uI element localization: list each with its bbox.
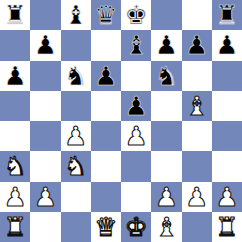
- black-bishop-piece[interactable]: ♝: [64, 2, 87, 28]
- square-c3[interactable]: ♞: [61, 151, 91, 181]
- square-a6[interactable]: ♟: [0, 61, 30, 91]
- square-g1[interactable]: [182, 212, 212, 242]
- black-pawn-piece[interactable]: ♟: [94, 63, 117, 89]
- square-b7[interactable]: ♟: [30, 30, 60, 60]
- square-a3[interactable]: ♞: [0, 151, 30, 181]
- square-f2[interactable]: ♟: [151, 182, 181, 212]
- black-knight-piece[interactable]: ♞: [64, 63, 87, 89]
- square-d6[interactable]: ♟: [91, 61, 121, 91]
- square-f1[interactable]: ♝: [151, 212, 181, 242]
- square-g2[interactable]: ♟: [182, 182, 212, 212]
- white-rook-piece[interactable]: ♜: [215, 214, 238, 240]
- square-e7[interactable]: ♝: [121, 30, 151, 60]
- black-rook-piece[interactable]: ♜: [3, 2, 26, 28]
- black-knight-piece[interactable]: ♞: [155, 63, 178, 89]
- square-f5[interactable]: [151, 91, 181, 121]
- square-c7[interactable]: [61, 30, 91, 60]
- square-h7[interactable]: ♟: [212, 30, 242, 60]
- square-g7[interactable]: ♟: [182, 30, 212, 60]
- black-king-piece[interactable]: ♚: [124, 2, 147, 28]
- square-a2[interactable]: ♟: [0, 182, 30, 212]
- white-queen-piece[interactable]: ♛: [94, 214, 117, 240]
- square-b6[interactable]: [30, 61, 60, 91]
- square-e8[interactable]: ♚: [121, 0, 151, 30]
- square-h6[interactable]: [212, 61, 242, 91]
- square-a1[interactable]: ♜: [0, 212, 30, 242]
- black-pawn-piece[interactable]: ♟: [215, 32, 238, 58]
- square-g5[interactable]: ♝: [182, 91, 212, 121]
- square-d7[interactable]: [91, 30, 121, 60]
- white-pawn-piece[interactable]: ♟: [3, 184, 26, 210]
- square-a5[interactable]: [0, 91, 30, 121]
- square-e2[interactable]: [121, 182, 151, 212]
- square-c1[interactable]: [61, 212, 91, 242]
- square-d8[interactable]: ♛: [91, 0, 121, 30]
- square-g6[interactable]: [182, 61, 212, 91]
- chess-board: ♜♝♛♚♜♟♝♟♟♟♟♞♟♞♟♝♟♟♞♞♟♟♟♟♟♜♛♚♝♜: [0, 0, 242, 242]
- square-h1[interactable]: ♜: [212, 212, 242, 242]
- square-b2[interactable]: ♟: [30, 182, 60, 212]
- square-f8[interactable]: [151, 0, 181, 30]
- white-rook-piece[interactable]: ♜: [3, 214, 26, 240]
- square-a7[interactable]: [0, 30, 30, 60]
- white-bishop-piece[interactable]: ♝: [185, 93, 208, 119]
- square-e6[interactable]: [121, 61, 151, 91]
- square-c4[interactable]: ♟: [61, 121, 91, 151]
- white-knight-piece[interactable]: ♞: [3, 153, 26, 179]
- black-queen-piece[interactable]: ♛: [94, 2, 117, 28]
- square-h8[interactable]: ♜: [212, 0, 242, 30]
- square-b1[interactable]: [30, 212, 60, 242]
- white-pawn-piece[interactable]: ♟: [34, 184, 57, 210]
- square-a8[interactable]: ♜: [0, 0, 30, 30]
- square-c8[interactable]: ♝: [61, 0, 91, 30]
- square-b4[interactable]: [30, 121, 60, 151]
- white-king-piece[interactable]: ♚: [124, 214, 147, 240]
- square-c5[interactable]: [61, 91, 91, 121]
- square-f6[interactable]: ♞: [151, 61, 181, 91]
- white-pawn-piece[interactable]: ♟: [64, 123, 87, 149]
- white-knight-piece[interactable]: ♞: [64, 153, 87, 179]
- square-h2[interactable]: ♟: [212, 182, 242, 212]
- square-d1[interactable]: ♛: [91, 212, 121, 242]
- square-a4[interactable]: [0, 121, 30, 151]
- square-b5[interactable]: [30, 91, 60, 121]
- square-g4[interactable]: [182, 121, 212, 151]
- square-e5[interactable]: ♟: [121, 91, 151, 121]
- square-f4[interactable]: [151, 121, 181, 151]
- black-pawn-piece[interactable]: ♟: [155, 32, 178, 58]
- square-b8[interactable]: [30, 0, 60, 30]
- black-pawn-piece[interactable]: ♟: [124, 93, 147, 119]
- square-e1[interactable]: ♚: [121, 212, 151, 242]
- square-c2[interactable]: [61, 182, 91, 212]
- square-g3[interactable]: [182, 151, 212, 181]
- black-bishop-piece[interactable]: ♝: [124, 32, 147, 58]
- square-f3[interactable]: [151, 151, 181, 181]
- square-d2[interactable]: [91, 182, 121, 212]
- square-h3[interactable]: [212, 151, 242, 181]
- white-pawn-piece[interactable]: ♟: [185, 184, 208, 210]
- black-pawn-piece[interactable]: ♟: [34, 32, 57, 58]
- square-g8[interactable]: [182, 0, 212, 30]
- square-d4[interactable]: [91, 121, 121, 151]
- square-d3[interactable]: [91, 151, 121, 181]
- square-e4[interactable]: ♟: [121, 121, 151, 151]
- square-h5[interactable]: [212, 91, 242, 121]
- square-d5[interactable]: [91, 91, 121, 121]
- white-pawn-piece[interactable]: ♟: [215, 184, 238, 210]
- square-c6[interactable]: ♞: [61, 61, 91, 91]
- black-pawn-piece[interactable]: ♟: [185, 32, 208, 58]
- white-pawn-piece[interactable]: ♟: [155, 184, 178, 210]
- square-b3[interactable]: [30, 151, 60, 181]
- white-pawn-piece[interactable]: ♟: [124, 123, 147, 149]
- square-e3[interactable]: [121, 151, 151, 181]
- black-pawn-piece[interactable]: ♟: [3, 63, 26, 89]
- black-rook-piece[interactable]: ♜: [215, 2, 238, 28]
- square-h4[interactable]: [212, 121, 242, 151]
- white-bishop-piece[interactable]: ♝: [155, 214, 178, 240]
- square-f7[interactable]: ♟: [151, 30, 181, 60]
